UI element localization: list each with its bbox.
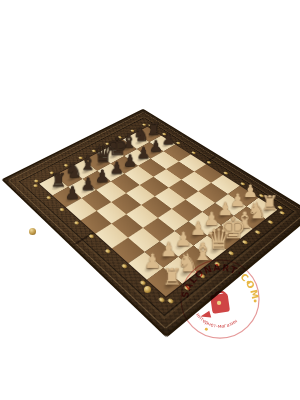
piece-shadow: [63, 194, 79, 205]
brass-stud: [148, 124, 153, 127]
brass-stud: [63, 164, 68, 167]
brass-stud: [105, 142, 110, 145]
brass-stud: [258, 193, 264, 197]
stamp-arc-bottom-text: интернет-магазин: [195, 312, 238, 329]
stamp-dot: [247, 281, 250, 284]
watermark-stamp: SALONART·COM интернет-магазин: [179, 258, 261, 340]
brass-stud: [91, 149, 96, 152]
piece-shadow: [65, 174, 80, 184]
brass-stud: [161, 132, 166, 135]
brass-foot: [144, 286, 151, 293]
brass-stud: [223, 171, 229, 175]
brass-stud: [191, 151, 196, 154]
piece-shadow: [259, 205, 274, 216]
brass-stud: [228, 251, 235, 256]
stamp-dot: [254, 299, 257, 302]
piece-shadow: [220, 233, 237, 245]
brass-stud: [254, 230, 260, 235]
brass-stud: [277, 205, 283, 209]
brass-stud: [139, 280, 146, 286]
piece-shadow: [107, 169, 122, 178]
brass-stud: [104, 248, 110, 253]
stamp-dot: [205, 328, 208, 331]
product-photo: ♜♞♝♛♚♝♞♜♟♟♟♟♟♟♟♟♟♟♟♟♟♟♟♟♜♞♝♛♚♝♞♜ SALONAR…: [0, 0, 300, 400]
brass-stud: [158, 297, 165, 303]
piece-shadow: [160, 277, 178, 292]
brass-stud: [267, 220, 273, 224]
square-e6: [125, 166, 153, 185]
piece-shadow: [187, 229, 204, 241]
brass-stud: [73, 220, 79, 224]
brass-stud: [142, 123, 147, 126]
brass-stud: [78, 156, 83, 159]
brass-stud: [88, 234, 94, 239]
brass-stud: [130, 129, 135, 132]
brass-stud: [240, 182, 246, 186]
brass-stud: [121, 263, 128, 268]
brass-stud: [167, 298, 174, 304]
brass-stud: [176, 141, 181, 144]
brass-stud: [46, 195, 52, 199]
brass-stud: [49, 171, 54, 175]
brass-foot: [29, 228, 36, 235]
brass-stud: [117, 136, 122, 139]
brass-stud: [34, 179, 39, 183]
brass-stud: [33, 184, 39, 188]
shopping-bag-icon: [200, 292, 230, 318]
brass-stud: [59, 207, 65, 211]
brass-stud: [241, 240, 248, 245]
brass-stud: [279, 211, 285, 215]
square-c6: [96, 182, 125, 202]
